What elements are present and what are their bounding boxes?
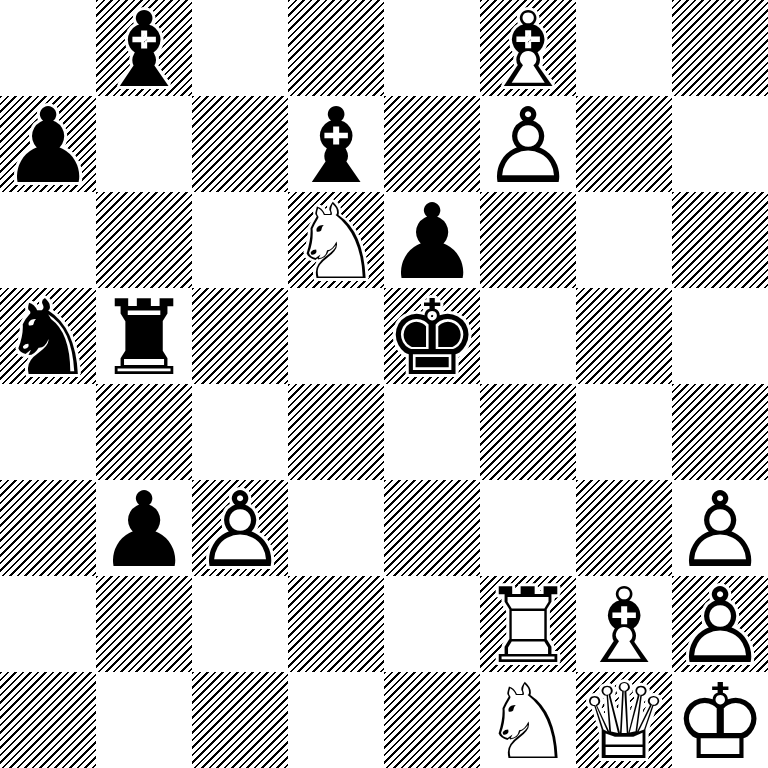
piece-black-rook[interactable]: ♜♜	[96, 288, 192, 384]
black-bishop-glyph: ♝	[96, 0, 192, 96]
piece-white-pawn[interactable]: ♟♙	[672, 480, 768, 576]
square-e7[interactable]	[384, 96, 480, 192]
black-pawn-glyph: ♟	[384, 192, 480, 288]
black-pawn-glyph: ♟	[96, 480, 192, 576]
square-g8[interactable]	[576, 0, 672, 96]
square-d7[interactable]: ♝♝	[288, 96, 384, 192]
white-knight-glyph: ♘	[480, 672, 576, 768]
black-rook-glyph: ♜	[96, 288, 192, 384]
square-g7[interactable]	[576, 96, 672, 192]
white-rook-glyph: ♖	[480, 576, 576, 672]
square-c7[interactable]	[192, 96, 288, 192]
square-f2[interactable]: ♜♖	[480, 576, 576, 672]
square-e4[interactable]	[384, 384, 480, 480]
square-e8[interactable]	[384, 0, 480, 96]
square-e5[interactable]: ♚♚	[384, 288, 480, 384]
piece-white-king[interactable]: ♚♔	[672, 672, 768, 768]
square-d8[interactable]	[288, 0, 384, 96]
white-pawn-glyph: ♙	[672, 480, 768, 576]
piece-white-bishop[interactable]: ♝♗	[576, 576, 672, 672]
square-e3[interactable]	[384, 480, 480, 576]
square-d2[interactable]	[288, 576, 384, 672]
square-e2[interactable]	[384, 576, 480, 672]
square-b7[interactable]	[96, 96, 192, 192]
square-g6[interactable]	[576, 192, 672, 288]
square-b5[interactable]: ♜♜	[96, 288, 192, 384]
white-pawn-glyph: ♙	[192, 480, 288, 576]
black-knight-glyph: ♞	[0, 288, 96, 384]
chess-board: ♝♝♝♗♟♟♝♝♟♙♞♘♟♟♞♞♜♜♚♚♟♟♟♙♟♙♜♖♝♗♟♙♞♘♛♕♚♔	[0, 0, 768, 768]
square-g3[interactable]	[576, 480, 672, 576]
square-c8[interactable]	[192, 0, 288, 96]
black-king-glyph: ♚	[384, 288, 480, 384]
square-h3[interactable]: ♟♙	[672, 480, 768, 576]
white-bishop-glyph: ♗	[576, 576, 672, 672]
square-b3[interactable]: ♟♟	[96, 480, 192, 576]
square-d1[interactable]	[288, 672, 384, 768]
piece-black-knight[interactable]: ♞♞	[0, 288, 96, 384]
square-f8[interactable]: ♝♗	[480, 0, 576, 96]
square-c6[interactable]	[192, 192, 288, 288]
square-f5[interactable]	[480, 288, 576, 384]
piece-white-knight[interactable]: ♞♘	[288, 192, 384, 288]
black-bishop-glyph: ♝	[288, 96, 384, 192]
black-pawn-glyph: ♟	[0, 96, 96, 192]
square-a2[interactable]	[0, 576, 96, 672]
piece-white-pawn[interactable]: ♟♙	[192, 480, 288, 576]
square-a7[interactable]: ♟♟	[0, 96, 96, 192]
square-h1[interactable]: ♚♔	[672, 672, 768, 768]
square-b4[interactable]	[96, 384, 192, 480]
square-f4[interactable]	[480, 384, 576, 480]
piece-black-bishop[interactable]: ♝♝	[288, 96, 384, 192]
square-e1[interactable]	[384, 672, 480, 768]
piece-white-pawn[interactable]: ♟♙	[480, 96, 576, 192]
white-pawn-glyph: ♙	[672, 576, 768, 672]
square-a4[interactable]	[0, 384, 96, 480]
square-f6[interactable]	[480, 192, 576, 288]
square-b8[interactable]: ♝♝	[96, 0, 192, 96]
square-e6[interactable]: ♟♟	[384, 192, 480, 288]
square-g2[interactable]: ♝♗	[576, 576, 672, 672]
square-g1[interactable]: ♛♕	[576, 672, 672, 768]
piece-black-king[interactable]: ♚♚	[384, 288, 480, 384]
piece-black-pawn[interactable]: ♟♟	[0, 96, 96, 192]
square-c1[interactable]	[192, 672, 288, 768]
white-queen-glyph: ♕	[576, 672, 672, 768]
square-h4[interactable]	[672, 384, 768, 480]
square-d4[interactable]	[288, 384, 384, 480]
square-a3[interactable]	[0, 480, 96, 576]
square-b2[interactable]	[96, 576, 192, 672]
white-knight-glyph: ♘	[288, 192, 384, 288]
square-c2[interactable]	[192, 576, 288, 672]
square-f3[interactable]	[480, 480, 576, 576]
square-d5[interactable]	[288, 288, 384, 384]
square-b6[interactable]	[96, 192, 192, 288]
square-c4[interactable]	[192, 384, 288, 480]
square-c5[interactable]	[192, 288, 288, 384]
piece-white-queen[interactable]: ♛♕	[576, 672, 672, 768]
piece-white-knight[interactable]: ♞♘	[480, 672, 576, 768]
square-h7[interactable]	[672, 96, 768, 192]
square-b1[interactable]	[96, 672, 192, 768]
square-a1[interactable]	[0, 672, 96, 768]
square-a6[interactable]	[0, 192, 96, 288]
square-h8[interactable]	[672, 0, 768, 96]
piece-black-bishop[interactable]: ♝♝	[96, 0, 192, 96]
square-f1[interactable]: ♞♘	[480, 672, 576, 768]
square-d6[interactable]: ♞♘	[288, 192, 384, 288]
piece-white-pawn[interactable]: ♟♙	[672, 576, 768, 672]
white-pawn-glyph: ♙	[480, 96, 576, 192]
square-h2[interactable]: ♟♙	[672, 576, 768, 672]
square-d3[interactable]	[288, 480, 384, 576]
square-g4[interactable]	[576, 384, 672, 480]
square-g5[interactable]	[576, 288, 672, 384]
square-c3[interactable]: ♟♙	[192, 480, 288, 576]
white-king-glyph: ♔	[672, 672, 768, 768]
square-h5[interactable]	[672, 288, 768, 384]
white-bishop-glyph: ♗	[480, 0, 576, 96]
piece-black-pawn[interactable]: ♟♟	[384, 192, 480, 288]
square-f7[interactable]: ♟♙	[480, 96, 576, 192]
piece-white-bishop[interactable]: ♝♗	[480, 0, 576, 96]
square-a8[interactable]	[0, 0, 96, 96]
square-a5[interactable]: ♞♞	[0, 288, 96, 384]
square-h6[interactable]	[672, 192, 768, 288]
piece-white-rook[interactable]: ♜♖	[480, 576, 576, 672]
piece-black-pawn[interactable]: ♟♟	[96, 480, 192, 576]
